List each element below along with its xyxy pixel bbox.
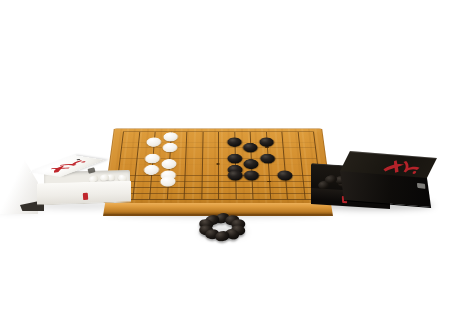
hoshi-point bbox=[165, 181, 169, 182]
grid-line bbox=[201, 132, 203, 200]
black-stone bbox=[227, 154, 242, 164]
grid-line bbox=[218, 132, 219, 200]
hoshi-point bbox=[216, 163, 220, 164]
white-stone bbox=[160, 170, 176, 180]
go-set-product-photo bbox=[0, 0, 452, 317]
grid-line bbox=[184, 132, 188, 200]
white-stone bbox=[163, 132, 178, 141]
maker-logo-icon bbox=[417, 183, 425, 189]
black-stone bbox=[259, 137, 274, 146]
black-stone bbox=[244, 170, 260, 180]
grid-line bbox=[234, 132, 236, 200]
go-board-group bbox=[109, 55, 327, 273]
black-stone bbox=[259, 154, 274, 164]
white-stone bbox=[145, 154, 161, 164]
red-seal-icon bbox=[83, 193, 88, 200]
black-stone bbox=[227, 170, 242, 180]
black-stone bbox=[243, 143, 258, 152]
hoshi-point bbox=[168, 147, 172, 148]
black-stone bbox=[227, 165, 242, 175]
black-stone bbox=[243, 159, 258, 169]
black-stone bbox=[277, 170, 293, 180]
grid-line bbox=[265, 132, 270, 200]
white-stone bbox=[159, 176, 175, 186]
white-stone bbox=[146, 137, 161, 146]
white-stone bbox=[144, 165, 160, 175]
grid-line bbox=[281, 132, 288, 200]
white-stone bbox=[162, 143, 177, 152]
white-stone bbox=[161, 159, 177, 169]
grid-line bbox=[132, 132, 140, 200]
go-board bbox=[104, 128, 333, 203]
black-accent-mark-icon bbox=[75, 159, 81, 161]
hoshi-point bbox=[264, 147, 268, 148]
grid-line bbox=[149, 132, 156, 200]
hoshi-point bbox=[266, 181, 270, 182]
board-front-edge bbox=[103, 202, 333, 216]
grid-line bbox=[297, 132, 305, 200]
board-grid bbox=[115, 132, 322, 200]
white-tray-front bbox=[37, 181, 131, 206]
grid-line bbox=[166, 132, 171, 200]
shadow-stone-ring bbox=[199, 226, 247, 238]
black-stone bbox=[227, 137, 242, 146]
grid-line bbox=[250, 132, 254, 200]
